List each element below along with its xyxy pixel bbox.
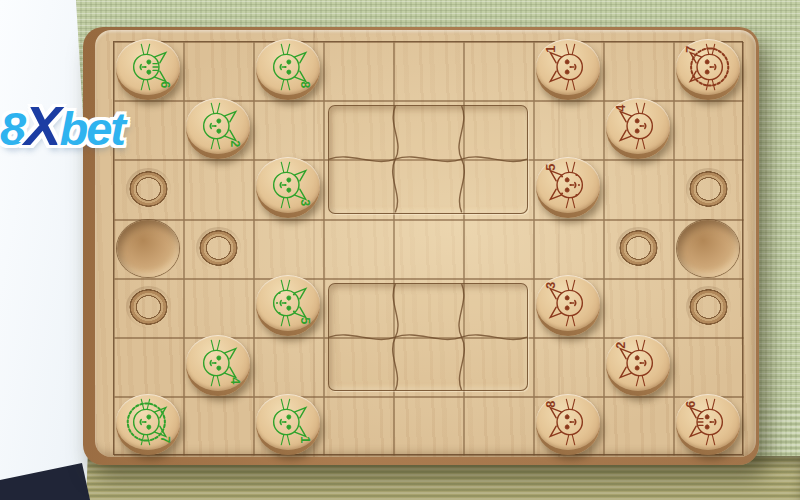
piece-art: 2 xyxy=(611,332,665,394)
piece-art: 7 xyxy=(121,391,175,453)
piece-face: 1 xyxy=(256,394,320,450)
logo-8: 8 xyxy=(0,102,24,155)
piece-face: 1 xyxy=(536,39,600,95)
piece-red-7-lion[interactable]: 7 xyxy=(676,39,740,100)
animal-face-icon: 1 xyxy=(261,391,315,453)
piece-art: 7 xyxy=(681,36,735,98)
piece-red-4-wolf[interactable]: 4 xyxy=(606,98,670,159)
trap-c1-r3[interactable] xyxy=(126,168,171,210)
svg-text:4: 4 xyxy=(228,377,242,384)
river-upper[interactable] xyxy=(328,105,528,213)
svg-text:7: 7 xyxy=(684,45,698,52)
svg-text:3: 3 xyxy=(298,199,312,206)
piece-art: 5 xyxy=(541,154,595,216)
animal-face-icon: 5 xyxy=(261,272,315,334)
svg-text:4: 4 xyxy=(614,104,628,111)
svg-text:1: 1 xyxy=(298,436,312,443)
piece-red-6-tiger[interactable]: 6 xyxy=(676,394,740,455)
svg-text:2: 2 xyxy=(614,341,628,348)
animal-face-icon: 8 xyxy=(261,36,315,98)
piece-art: 3 xyxy=(261,154,315,216)
piece-face: 3 xyxy=(256,157,320,213)
piece-face: 6 xyxy=(116,39,180,95)
piece-red-1-rat[interactable]: 1 xyxy=(536,39,600,100)
trap-c2-r4[interactable] xyxy=(196,227,241,269)
photo-stage: 6823547117453286 8Xbet xyxy=(0,0,800,500)
svg-text:5: 5 xyxy=(298,318,312,325)
animal-face-icon: 2 xyxy=(191,95,245,157)
piece-green-5-leopard[interactable]: 5 xyxy=(256,275,320,336)
piece-art: 6 xyxy=(121,36,175,98)
piece-red-8-elephant[interactable]: 8 xyxy=(536,394,600,455)
river-lower[interactable] xyxy=(328,283,528,391)
piece-face: 2 xyxy=(186,98,250,154)
animal-face-icon: 7 xyxy=(121,391,175,453)
piece-face: 7 xyxy=(116,394,180,450)
animal-face-icon: 7 xyxy=(681,36,735,98)
piece-art: 4 xyxy=(611,95,665,157)
piece-art: 3 xyxy=(541,272,595,334)
svg-text:8: 8 xyxy=(544,400,558,407)
trap-c9-r3[interactable] xyxy=(686,168,731,210)
piece-green-2-cat[interactable]: 2 xyxy=(186,98,250,159)
piece-face: 5 xyxy=(256,275,320,331)
piece-face: 2 xyxy=(606,335,670,391)
piece-face: 5 xyxy=(536,157,600,213)
logo-bet: bet xyxy=(60,102,125,155)
piece-face: 8 xyxy=(536,394,600,450)
jungle-board: 6823547117453286 xyxy=(83,27,759,465)
piece-art: 8 xyxy=(261,36,315,98)
piece-green-1-rat[interactable]: 1 xyxy=(256,394,320,455)
animal-face-icon: 2 xyxy=(611,332,665,394)
board-layer: 6823547117453286 xyxy=(113,41,743,455)
animal-face-icon: 1 xyxy=(541,36,595,98)
piece-red-5-leopard[interactable]: 5 xyxy=(536,157,600,218)
trap-c8-r4[interactable] xyxy=(616,227,661,269)
svg-text:1: 1 xyxy=(544,45,558,52)
piece-red-2-cat[interactable]: 2 xyxy=(606,335,670,396)
piece-green-8-elephant[interactable]: 8 xyxy=(256,39,320,100)
piece-green-3-dog[interactable]: 3 xyxy=(256,157,320,218)
animal-face-icon: 3 xyxy=(541,272,595,334)
svg-text:8: 8 xyxy=(298,81,312,88)
animal-face-icon: 4 xyxy=(191,332,245,394)
svg-text:5: 5 xyxy=(544,164,558,171)
piece-face: 8 xyxy=(256,39,320,95)
animal-face-icon: 8 xyxy=(541,391,595,453)
piece-art: 1 xyxy=(261,391,315,453)
piece-face: 4 xyxy=(186,335,250,391)
river-puzzle-lines xyxy=(329,284,527,390)
svg-text:6: 6 xyxy=(684,400,698,407)
animal-face-icon: 6 xyxy=(681,391,735,453)
piece-face: 4 xyxy=(606,98,670,154)
piece-face: 6 xyxy=(676,394,740,450)
logo-x-icon: X xyxy=(24,94,59,157)
animal-face-icon: 3 xyxy=(261,154,315,216)
trap-c1-r5[interactable] xyxy=(126,286,171,328)
8xbet-watermark: 8Xbet xyxy=(0,93,124,158)
animal-face-icon: 5 xyxy=(541,154,595,216)
animal-face-icon: 4 xyxy=(611,95,665,157)
piece-green-4-wolf[interactable]: 4 xyxy=(186,335,250,396)
animal-face-icon: 6 xyxy=(121,36,175,98)
svg-text:2: 2 xyxy=(228,140,242,147)
piece-face: 3 xyxy=(536,275,600,331)
svg-text:3: 3 xyxy=(544,282,558,289)
river-puzzle-lines xyxy=(329,106,527,212)
piece-face: 7 xyxy=(676,39,740,95)
piece-green-6-tiger[interactable]: 6 xyxy=(116,39,180,100)
piece-art: 4 xyxy=(191,332,245,394)
piece-art: 6 xyxy=(681,391,735,453)
svg-text:6: 6 xyxy=(158,81,172,88)
piece-art: 1 xyxy=(541,36,595,98)
den-red[interactable] xyxy=(677,220,739,277)
piece-art: 2 xyxy=(191,95,245,157)
trap-c9-r5[interactable] xyxy=(686,286,731,328)
piece-green-7-lion[interactable]: 7 xyxy=(116,394,180,455)
piece-art: 8 xyxy=(541,391,595,453)
den-green[interactable] xyxy=(117,220,179,277)
svg-text:7: 7 xyxy=(158,436,172,443)
piece-red-3-dog[interactable]: 3 xyxy=(536,275,600,336)
piece-art: 5 xyxy=(261,272,315,334)
